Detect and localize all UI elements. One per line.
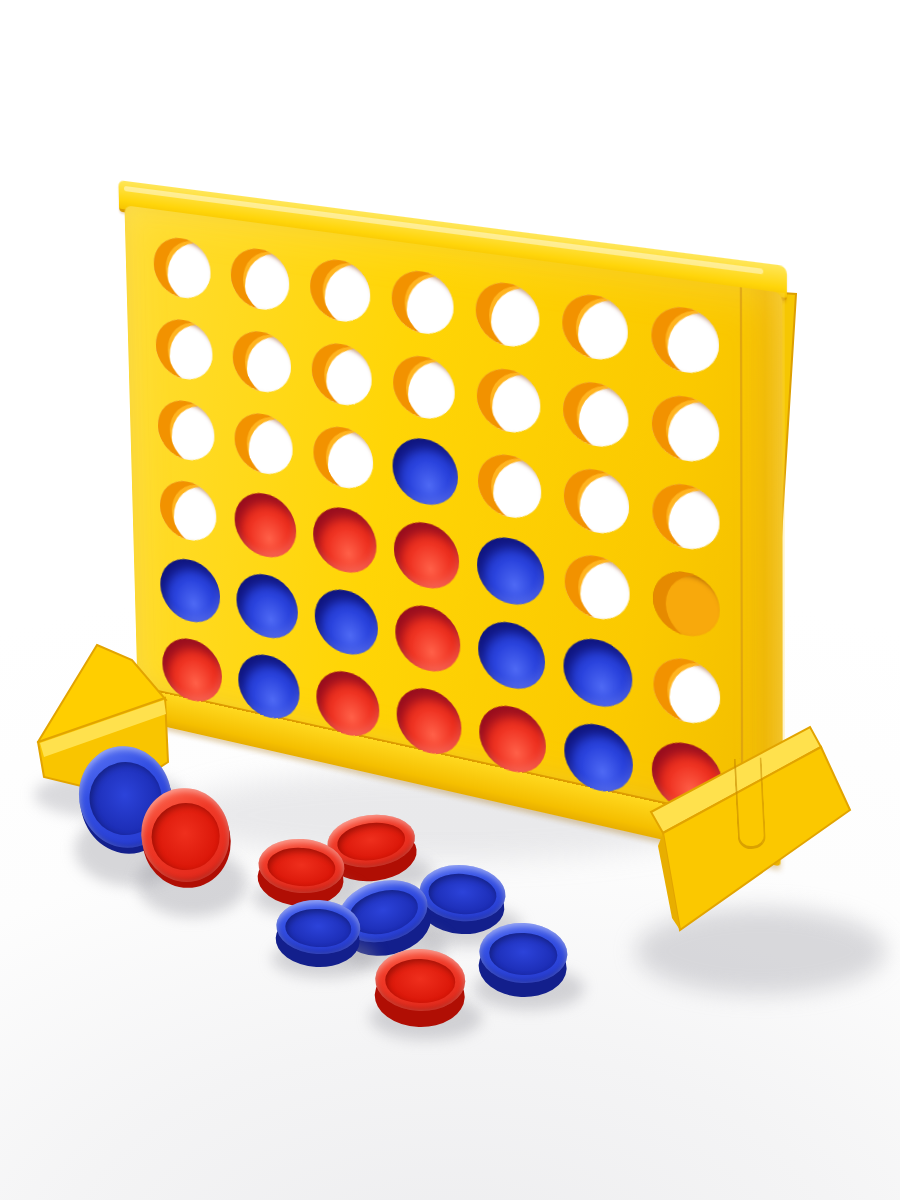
cell-r2c1	[145, 303, 224, 396]
empty-hole-r1c6	[562, 291, 628, 364]
loose-disc-blue-4	[274, 897, 361, 968]
disc-ring-center	[488, 931, 559, 977]
red-disc-r6c3	[316, 666, 380, 743]
cell-r3c5	[466, 436, 553, 536]
red-disc-r4c2	[234, 488, 297, 562]
disc-ring-center	[267, 845, 337, 888]
disc-ring-center	[285, 906, 352, 948]
cell-r1c1	[143, 222, 222, 315]
empty-hole-r2c3	[311, 340, 372, 410]
empty-hole-r4c1	[159, 477, 217, 546]
empty-hole-r5c7	[653, 653, 720, 729]
cell-r4c2	[225, 478, 305, 574]
cell-r4c1	[149, 464, 227, 558]
cell-r1c4	[380, 254, 465, 351]
cell-r1c7	[639, 289, 731, 391]
empty-hole-r2c4	[393, 352, 455, 423]
cell-r3c3	[302, 409, 384, 506]
cell-r4c3	[304, 492, 386, 589]
red-disc-r6c1	[162, 633, 223, 707]
red-disc-r5c4	[395, 600, 461, 677]
empty-hole-r3c7	[652, 479, 719, 554]
disc-ring-center	[427, 871, 497, 916]
cell-r2c3	[301, 326, 384, 422]
cell-r2c4	[382, 339, 467, 437]
right-strut-groove	[734, 757, 767, 849]
empty-hole-r1c7	[651, 303, 719, 377]
empty-hole-r3c6	[564, 464, 630, 538]
empty-hole-r1c4	[391, 267, 454, 338]
empty-hole-r2c2	[232, 327, 291, 396]
blue-disc-r6c2	[238, 649, 300, 724]
blue-disc-r5c1	[160, 554, 221, 628]
cell-r1c2	[220, 232, 301, 326]
red-disc-r6c7	[652, 736, 723, 818]
empty-hole-r1c1	[153, 234, 211, 301]
blue-disc-r5c3	[314, 584, 378, 660]
empty-hole-r2c6	[563, 378, 629, 451]
empty-hole-r2c5	[476, 365, 540, 437]
empty-hole-r3c1	[157, 396, 215, 464]
loose-disc-red-4	[374, 947, 467, 1028]
empty-hole-r1c3	[310, 256, 371, 325]
cell-r3c4	[383, 423, 467, 521]
cell-r2c7	[640, 378, 732, 481]
cell-r3c6	[552, 451, 641, 553]
disc-ring-center	[145, 797, 226, 877]
board-right-edge	[740, 287, 785, 839]
empty-hole-r1c2	[230, 245, 290, 313]
empty-hole-r1c5	[475, 279, 539, 351]
empty-hole-r3c5	[478, 450, 542, 523]
connect-four-product-photo	[0, 0, 900, 1200]
cell-r2c5	[465, 351, 552, 450]
empty-hole-r2c1	[155, 316, 213, 384]
cell-r3c7	[640, 465, 731, 568]
blue-disc-r5c6	[563, 633, 632, 713]
empty-hole-r2c7	[652, 391, 720, 466]
red-disc-r4c3	[313, 502, 377, 578]
cell-r2c2	[222, 315, 303, 410]
cell-r3c1	[147, 384, 225, 478]
blue-disc-r5c5	[478, 616, 546, 695]
empty-hole-r3c3	[313, 422, 374, 492]
cell-r1c5	[464, 265, 551, 364]
blue-disc-r3c4	[392, 434, 458, 510]
empty-hole-r3c2	[234, 409, 293, 478]
cell-r1c3	[299, 243, 382, 339]
disc-ring-center	[384, 958, 456, 1004]
right-foot-shadow	[636, 908, 886, 994]
red-disc-r4c4	[393, 517, 459, 594]
red-disc-r6c4	[396, 682, 462, 760]
loose-disc-blue-5	[477, 921, 569, 1000]
blue-disc-r4c5	[477, 532, 545, 610]
red-disc-r6c5	[479, 700, 546, 779]
cell-r1c6	[550, 277, 640, 377]
blue-disc-r6c6	[564, 718, 633, 798]
disc-face	[133, 780, 239, 890]
cell-r3c2	[224, 396, 304, 491]
blue-disc-r5c2	[236, 569, 299, 644]
board-assembly	[143, 222, 733, 830]
cell-r2c6	[551, 364, 640, 465]
empty-hole-r4c7	[653, 566, 720, 642]
empty-hole-r4c6	[564, 550, 629, 624]
